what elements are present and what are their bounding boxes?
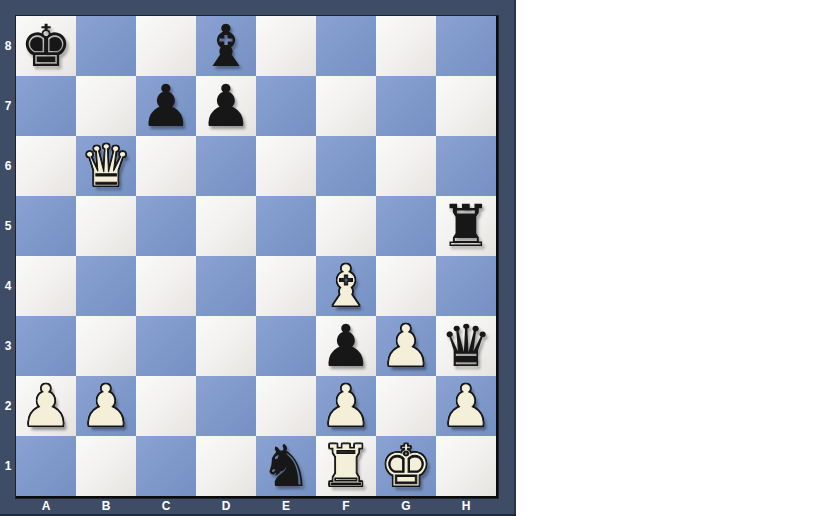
white-king-g1[interactable]: ♚ [380,436,432,496]
white-pawn-g3[interactable]: ♟ [380,316,432,376]
square-e6[interactable] [256,136,316,196]
square-b7[interactable] [76,76,136,136]
square-e1[interactable]: ♞ [256,436,316,496]
square-f3[interactable]: ♟ [316,316,376,376]
file-label-e: E [256,497,316,515]
rank-label-1: 1 [0,436,16,496]
square-d3[interactable] [196,316,256,376]
square-d1[interactable] [196,436,256,496]
white-pawn-b2[interactable]: ♟ [80,376,132,436]
square-f5[interactable] [316,196,376,256]
square-e2[interactable] [256,376,316,436]
rank-label-7: 7 [0,76,16,136]
square-f4[interactable]: ♝ [316,256,376,316]
square-a5[interactable] [16,196,76,256]
rank-label-8: 8 [0,16,16,76]
square-c6[interactable] [136,136,196,196]
square-a8[interactable]: ♚ [16,16,76,76]
square-c4[interactable] [136,256,196,316]
rank-label-2: 2 [0,376,16,436]
square-f1[interactable]: ♜ [316,436,376,496]
square-a2[interactable]: ♟ [16,376,76,436]
black-pawn-c7[interactable]: ♟ [140,76,192,136]
square-c5[interactable] [136,196,196,256]
square-d8[interactable]: ♝ [196,16,256,76]
file-label-c: C [136,497,196,515]
square-h1[interactable] [436,436,496,496]
square-e3[interactable] [256,316,316,376]
square-g6[interactable] [376,136,436,196]
square-d2[interactable] [196,376,256,436]
rank-label-3: 3 [0,316,16,376]
square-d6[interactable] [196,136,256,196]
black-queen-h3[interactable]: ♛ [440,316,492,376]
square-f6[interactable] [316,136,376,196]
square-g3[interactable]: ♟ [376,316,436,376]
square-a4[interactable] [16,256,76,316]
black-pawn-d7[interactable]: ♟ [200,76,252,136]
rank-label-6: 6 [0,136,16,196]
file-label-g: G [376,497,436,515]
black-pawn-f3[interactable]: ♟ [320,316,372,376]
white-queen-b6[interactable]: ♛ [80,136,132,196]
square-h7[interactable] [436,76,496,136]
square-b2[interactable]: ♟ [76,376,136,436]
square-g1[interactable]: ♚ [376,436,436,496]
square-c3[interactable] [136,316,196,376]
white-bishop-f4[interactable]: ♝ [320,256,372,316]
square-h3[interactable]: ♛ [436,316,496,376]
square-c8[interactable] [136,16,196,76]
square-b1[interactable] [76,436,136,496]
square-h5[interactable]: ♜ [436,196,496,256]
square-h8[interactable] [436,16,496,76]
square-g8[interactable] [376,16,436,76]
square-h4[interactable] [436,256,496,316]
file-label-h: H [436,497,496,515]
rank-label-5: 5 [0,196,16,256]
square-d7[interactable]: ♟ [196,76,256,136]
rank-label-4: 4 [0,256,16,316]
square-f8[interactable] [316,16,376,76]
square-g7[interactable] [376,76,436,136]
square-h6[interactable] [436,136,496,196]
square-h2[interactable]: ♟ [436,376,496,436]
square-a6[interactable] [16,136,76,196]
file-label-b: B [76,497,136,515]
square-a7[interactable] [16,76,76,136]
square-e4[interactable] [256,256,316,316]
square-c7[interactable]: ♟ [136,76,196,136]
square-f2[interactable]: ♟ [316,376,376,436]
black-bishop-d8[interactable]: ♝ [200,16,252,76]
white-pawn-f2[interactable]: ♟ [320,376,372,436]
chess-board: ♚♝♟♟♛♜♝♟♟♛♟♟♟♟♞♜♚ 87654321ABCDEFGH [0,0,516,516]
square-b5[interactable] [76,196,136,256]
file-label-f: F [316,497,376,515]
square-e7[interactable] [256,76,316,136]
black-knight-e1[interactable]: ♞ [260,436,312,496]
square-a1[interactable] [16,436,76,496]
square-b4[interactable] [76,256,136,316]
white-pawn-a2[interactable]: ♟ [20,376,72,436]
file-label-a: A [16,497,76,515]
square-b6[interactable]: ♛ [76,136,136,196]
square-c2[interactable] [136,376,196,436]
black-rook-h5[interactable]: ♜ [440,196,492,256]
square-g4[interactable] [376,256,436,316]
square-g5[interactable] [376,196,436,256]
square-e8[interactable] [256,16,316,76]
white-rook-f1[interactable]: ♜ [320,436,372,496]
squares: ♚♝♟♟♛♜♝♟♟♛♟♟♟♟♞♜♚ [16,16,498,498]
square-f7[interactable] [316,76,376,136]
square-d5[interactable] [196,196,256,256]
square-b3[interactable] [76,316,136,376]
square-d4[interactable] [196,256,256,316]
page: ♚♝♟♟♛♜♝♟♟♛♟♟♟♟♞♜♚ 87654321ABCDEFGH [0,0,819,516]
black-king-a8[interactable]: ♚ [20,16,72,76]
square-c1[interactable] [136,436,196,496]
square-a3[interactable] [16,316,76,376]
white-pawn-h2[interactable]: ♟ [440,376,492,436]
square-b8[interactable] [76,16,136,76]
file-label-d: D [196,497,256,515]
square-e5[interactable] [256,196,316,256]
square-g2[interactable] [376,376,436,436]
